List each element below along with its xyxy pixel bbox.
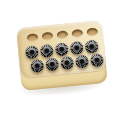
peg-r1c4[interactable]: ●: [84, 39, 98, 53]
cell-r0c4: [84, 24, 100, 39]
scene: ●●●●●●●●●●: [0, 0, 125, 124]
peg-center-hole: ●: [64, 59, 70, 65]
peg-r2c3[interactable]: ●: [75, 54, 89, 68]
peg-center-hole: ●: [79, 58, 85, 64]
peg-r1c1[interactable]: ●: [40, 43, 54, 57]
peg-top-ring: ●: [57, 45, 66, 54]
cell-r1c0: ●: [24, 44, 40, 59]
peg-top-ring: ●: [28, 47, 37, 56]
cell-r1c4: ●: [83, 38, 99, 53]
peg-r2c2[interactable]: ●: [60, 55, 74, 69]
cell-r1c1: ●: [39, 43, 55, 58]
empty-hole-r0c1[interactable]: [42, 32, 54, 41]
cell-r0c1: [39, 29, 55, 44]
cell-r2c2: ●: [59, 55, 75, 70]
cell-r1c2: ●: [54, 41, 70, 56]
peg-center-hole: ●: [59, 46, 65, 52]
cell-r2c1: ●: [44, 56, 60, 71]
cell-r0c3: [69, 26, 85, 41]
peg-r1c2[interactable]: ●: [55, 42, 69, 56]
peg-board-photo: ●●●●●●●●●●: [0, 0, 125, 124]
empty-hole-r0c0[interactable]: [27, 33, 39, 42]
peg-r2c1[interactable]: ●: [45, 57, 59, 71]
peg-top-ring: ●: [72, 43, 81, 52]
cell-r0c0: [24, 30, 40, 45]
peg-center-hole: ●: [94, 56, 100, 62]
wooden-block: ●●●●●●●●●●: [16, 20, 108, 94]
peg-r1c3[interactable]: ●: [70, 40, 84, 54]
peg-top-ring: ●: [63, 58, 72, 67]
peg-r2c0[interactable]: ●: [30, 58, 44, 72]
peg-top-ring: ●: [93, 55, 102, 64]
cell-r1c3: ●: [69, 40, 85, 55]
cell-r0c2: [54, 27, 70, 42]
peg-r1c0[interactable]: ●: [25, 45, 39, 59]
empty-hole-r0c4[interactable]: [86, 27, 98, 36]
peg-center-hole: ●: [49, 61, 55, 67]
peg-top-ring: ●: [42, 46, 51, 55]
cell-r2c3: ●: [74, 53, 90, 68]
peg-top-ring: ●: [33, 61, 42, 70]
peg-top-ring: ●: [78, 57, 87, 66]
cell-r2c4: ●: [89, 52, 105, 67]
peg-top-ring: ●: [48, 60, 57, 69]
cell-r2c0: ●: [29, 58, 45, 73]
empty-hole-r0c3[interactable]: [71, 29, 83, 38]
peg-center-hole: ●: [29, 48, 35, 54]
peg-center-hole: ●: [89, 43, 95, 49]
hole-grid: ●●●●●●●●●●: [16, 20, 106, 78]
empty-hole-r0c2[interactable]: [57, 30, 69, 39]
peg-top-ring: ●: [87, 42, 96, 51]
peg-center-hole: ●: [44, 47, 50, 53]
peg-center-hole: ●: [74, 44, 80, 50]
peg-r2c4[interactable]: ●: [90, 53, 104, 67]
block-top-face: ●●●●●●●●●●: [16, 20, 106, 78]
peg-center-hole: ●: [34, 62, 40, 68]
